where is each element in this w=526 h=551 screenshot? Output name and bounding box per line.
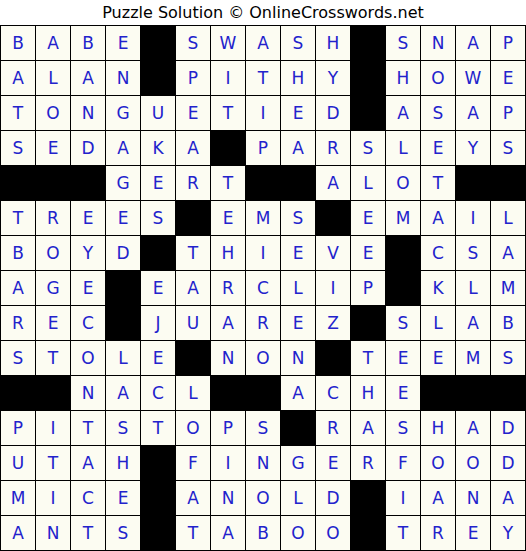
letter-cell-r4c2: E bbox=[36, 131, 70, 165]
letter-cell-r4c1: S bbox=[1, 131, 35, 165]
letter-cell-r10c9: N bbox=[281, 341, 315, 375]
letter-cell-r15c1: A bbox=[1, 516, 35, 550]
letter-cell-r12c7: P bbox=[211, 411, 245, 445]
letter-cell-r14c8: O bbox=[246, 481, 280, 515]
letter-cell-r8c11: P bbox=[351, 271, 385, 305]
letter-cell-r1c14: A bbox=[456, 26, 490, 60]
letter-cell-r13c2: T bbox=[36, 446, 70, 480]
letter-cell-r11c6: L bbox=[176, 376, 210, 410]
letter-cell-r6c8: M bbox=[246, 201, 280, 235]
letter-cell-r6c1: T bbox=[1, 201, 35, 235]
black-cell-r7c5 bbox=[141, 236, 175, 270]
letter-cell-r14c10: D bbox=[316, 481, 350, 515]
letter-cell-r10c11: T bbox=[351, 341, 385, 375]
letter-cell-r2c10: Y bbox=[316, 61, 350, 95]
letter-cell-r14c15: A bbox=[491, 481, 525, 515]
letter-cell-r7c6: T bbox=[176, 236, 210, 270]
letter-cell-r12c5: T bbox=[141, 411, 175, 445]
letter-cell-r2c4: N bbox=[106, 61, 140, 95]
black-cell-r10c6 bbox=[176, 341, 210, 375]
letter-cell-r4c11: S bbox=[351, 131, 385, 165]
black-cell-r11c2 bbox=[36, 376, 70, 410]
letter-cell-r8c1: A bbox=[1, 271, 35, 305]
letter-cell-r6c13: A bbox=[421, 201, 455, 235]
letter-cell-r8c13: K bbox=[421, 271, 455, 305]
black-cell-r8c4 bbox=[106, 271, 140, 305]
letter-cell-r11c11: H bbox=[351, 376, 385, 410]
letter-cell-r9c8: R bbox=[246, 306, 280, 340]
letter-cell-r4c15: S bbox=[491, 131, 525, 165]
letter-cell-r6c7: E bbox=[211, 201, 245, 235]
letter-cell-r10c4: L bbox=[106, 341, 140, 375]
letter-cell-r2c8: T bbox=[246, 61, 280, 95]
letter-cell-r13c12: F bbox=[386, 446, 420, 480]
letter-cell-r1c8: A bbox=[246, 26, 280, 60]
black-cell-r5c15 bbox=[491, 166, 525, 200]
letter-cell-r10c14: M bbox=[456, 341, 490, 375]
letter-cell-r13c15: D bbox=[491, 446, 525, 480]
letter-cell-r8c5: E bbox=[141, 271, 175, 305]
letter-cell-r8c10: I bbox=[316, 271, 350, 305]
letter-cell-r11c5: C bbox=[141, 376, 175, 410]
letter-cell-r9c6: U bbox=[176, 306, 210, 340]
black-cell-r2c5 bbox=[141, 61, 175, 95]
letter-cell-r15c12: T bbox=[386, 516, 420, 550]
letter-cell-r12c4: S bbox=[106, 411, 140, 445]
letter-cell-r8c15: M bbox=[491, 271, 525, 305]
black-cell-r11c8 bbox=[246, 376, 280, 410]
letter-cell-r6c11: E bbox=[351, 201, 385, 235]
black-cell-r11c1 bbox=[1, 376, 35, 410]
letter-cell-r1c3: B bbox=[71, 26, 105, 60]
letter-cell-r11c12: E bbox=[386, 376, 420, 410]
letter-cell-r14c1: M bbox=[1, 481, 35, 515]
letter-cell-r4c6: A bbox=[176, 131, 210, 165]
black-cell-r7c12 bbox=[386, 236, 420, 270]
letter-cell-r14c9: L bbox=[281, 481, 315, 515]
letter-cell-r7c14: S bbox=[456, 236, 490, 270]
letter-cell-r5c11: L bbox=[351, 166, 385, 200]
black-cell-r10c10 bbox=[316, 341, 350, 375]
black-cell-r11c7 bbox=[211, 376, 245, 410]
letter-cell-r2c15: E bbox=[491, 61, 525, 95]
black-cell-r13c5 bbox=[141, 446, 175, 480]
letter-cell-r10c15: S bbox=[491, 341, 525, 375]
letter-cell-r12c15: D bbox=[491, 411, 525, 445]
letter-cell-r9c14: A bbox=[456, 306, 490, 340]
letter-cell-r3c15: P bbox=[491, 96, 525, 130]
letter-cell-r11c9: A bbox=[281, 376, 315, 410]
letter-cell-r15c14: E bbox=[456, 516, 490, 550]
letter-cell-r6c15: L bbox=[491, 201, 525, 235]
letter-cell-r15c3: T bbox=[71, 516, 105, 550]
letter-cell-r9c10: Z bbox=[316, 306, 350, 340]
letter-cell-r1c6: S bbox=[176, 26, 210, 60]
letter-cell-r8c7: R bbox=[211, 271, 245, 305]
letter-cell-r5c12: O bbox=[386, 166, 420, 200]
letter-cell-r12c8: S bbox=[246, 411, 280, 445]
letter-cell-r15c9: O bbox=[281, 516, 315, 550]
letter-cell-r12c13: H bbox=[421, 411, 455, 445]
letter-cell-r13c11: R bbox=[351, 446, 385, 480]
letter-cell-r10c12: E bbox=[386, 341, 420, 375]
letter-cell-r3c13: S bbox=[421, 96, 455, 130]
letter-cell-r11c4: A bbox=[106, 376, 140, 410]
letter-cell-r3c4: G bbox=[106, 96, 140, 130]
letter-cell-r13c9: G bbox=[281, 446, 315, 480]
letter-cell-r9c5: J bbox=[141, 306, 175, 340]
letter-cell-r7c4: D bbox=[106, 236, 140, 270]
letter-cell-r6c14: I bbox=[456, 201, 490, 235]
black-cell-r5c14 bbox=[456, 166, 490, 200]
letter-cell-r3c7: T bbox=[211, 96, 245, 130]
letter-cell-r1c7: W bbox=[211, 26, 245, 60]
black-cell-r8c12 bbox=[386, 271, 420, 305]
black-cell-r5c3 bbox=[71, 166, 105, 200]
letter-cell-r5c6: R bbox=[176, 166, 210, 200]
letter-cell-r8c14: L bbox=[456, 271, 490, 305]
letter-cell-r9c15: B bbox=[491, 306, 525, 340]
letter-cell-r14c13: A bbox=[421, 481, 455, 515]
black-cell-r6c10 bbox=[316, 201, 350, 235]
black-cell-r15c11 bbox=[351, 516, 385, 550]
letter-cell-r5c4: G bbox=[106, 166, 140, 200]
letter-cell-r12c12: S bbox=[386, 411, 420, 445]
letter-cell-r12c2: I bbox=[36, 411, 70, 445]
letter-cell-r11c3: N bbox=[71, 376, 105, 410]
letter-cell-r13c3: A bbox=[71, 446, 105, 480]
letter-cell-r4c8: P bbox=[246, 131, 280, 165]
letter-cell-r14c14: N bbox=[456, 481, 490, 515]
letter-cell-r5c13: T bbox=[421, 166, 455, 200]
letter-cell-r3c9: E bbox=[281, 96, 315, 130]
letter-cell-r1c4: E bbox=[106, 26, 140, 60]
black-cell-r1c11 bbox=[351, 26, 385, 60]
letter-cell-r14c12: I bbox=[386, 481, 420, 515]
letter-cell-r2c9: H bbox=[281, 61, 315, 95]
letter-cell-r13c14: O bbox=[456, 446, 490, 480]
letter-cell-r6c9: S bbox=[281, 201, 315, 235]
letter-cell-r9c1: R bbox=[1, 306, 35, 340]
letter-cell-r4c13: E bbox=[421, 131, 455, 165]
letter-cell-r13c7: I bbox=[211, 446, 245, 480]
letter-cell-r7c1: B bbox=[1, 236, 35, 270]
black-cell-r6c6 bbox=[176, 201, 210, 235]
crossword-solution-page: Puzzle Solution © OnlineCrosswords.net B… bbox=[0, 0, 526, 551]
black-cell-r9c4 bbox=[106, 306, 140, 340]
letter-cell-r10c5: E bbox=[141, 341, 175, 375]
letter-cell-r9c3: C bbox=[71, 306, 105, 340]
black-cell-r5c2 bbox=[36, 166, 70, 200]
letter-cell-r7c15: A bbox=[491, 236, 525, 270]
black-cell-r12c9 bbox=[281, 411, 315, 445]
black-cell-r4c7 bbox=[211, 131, 245, 165]
letter-cell-r9c13: L bbox=[421, 306, 455, 340]
letter-cell-r1c15: P bbox=[491, 26, 525, 60]
letter-cell-r4c10: R bbox=[316, 131, 350, 165]
letter-cell-r1c9: S bbox=[281, 26, 315, 60]
letter-cell-r13c10: E bbox=[316, 446, 350, 480]
letter-cell-r10c8: O bbox=[246, 341, 280, 375]
letter-cell-r8c3: E bbox=[71, 271, 105, 305]
letter-cell-r13c13: O bbox=[421, 446, 455, 480]
letter-cell-r7c8: I bbox=[246, 236, 280, 270]
letter-cell-r3c6: E bbox=[176, 96, 210, 130]
black-cell-r2c11 bbox=[351, 61, 385, 95]
letter-cell-r3c2: O bbox=[36, 96, 70, 130]
letter-cell-r13c8: N bbox=[246, 446, 280, 480]
letter-cell-r2c3: A bbox=[71, 61, 105, 95]
letter-cell-r2c14: W bbox=[456, 61, 490, 95]
letter-cell-r10c3: O bbox=[71, 341, 105, 375]
black-cell-r14c11 bbox=[351, 481, 385, 515]
letter-cell-r14c6: A bbox=[176, 481, 210, 515]
letter-cell-r6c12: M bbox=[386, 201, 420, 235]
letter-cell-r1c1: B bbox=[1, 26, 35, 60]
letter-cell-r15c7: A bbox=[211, 516, 245, 550]
letter-cell-r3c3: N bbox=[71, 96, 105, 130]
letter-cell-r9c2: E bbox=[36, 306, 70, 340]
black-cell-r15c5 bbox=[141, 516, 175, 550]
black-cell-r9c11 bbox=[351, 306, 385, 340]
letter-cell-r12c11: A bbox=[351, 411, 385, 445]
letter-cell-r12c3: T bbox=[71, 411, 105, 445]
letter-cell-r7c2: O bbox=[36, 236, 70, 270]
letter-cell-r8c8: C bbox=[246, 271, 280, 305]
letter-cell-r5c10: A bbox=[316, 166, 350, 200]
letter-cell-r12c14: A bbox=[456, 411, 490, 445]
letter-cell-r14c2: I bbox=[36, 481, 70, 515]
letter-cell-r2c1: A bbox=[1, 61, 35, 95]
letter-cell-r10c2: T bbox=[36, 341, 70, 375]
letter-cell-r14c7: N bbox=[211, 481, 245, 515]
letter-cell-r12c6: O bbox=[176, 411, 210, 445]
black-cell-r1c5 bbox=[141, 26, 175, 60]
letter-cell-r1c10: H bbox=[316, 26, 350, 60]
black-cell-r3c11 bbox=[351, 96, 385, 130]
black-cell-r11c13 bbox=[421, 376, 455, 410]
letter-cell-r3c1: T bbox=[1, 96, 35, 130]
letter-cell-r4c12: L bbox=[386, 131, 420, 165]
letter-cell-r13c6: F bbox=[176, 446, 210, 480]
letter-cell-r8c2: G bbox=[36, 271, 70, 305]
letter-cell-r2c7: I bbox=[211, 61, 245, 95]
letter-cell-r6c5: S bbox=[141, 201, 175, 235]
letter-cell-r1c2: A bbox=[36, 26, 70, 60]
letter-cell-r4c5: K bbox=[141, 131, 175, 165]
letter-cell-r2c6: P bbox=[176, 61, 210, 95]
letter-cell-r9c12: S bbox=[386, 306, 420, 340]
black-cell-r14c5 bbox=[141, 481, 175, 515]
letter-cell-r8c6: A bbox=[176, 271, 210, 305]
letter-cell-r14c3: C bbox=[71, 481, 105, 515]
letter-cell-r15c8: B bbox=[246, 516, 280, 550]
letter-cell-r9c7: A bbox=[211, 306, 245, 340]
letter-cell-r15c13: R bbox=[421, 516, 455, 550]
letter-cell-r1c13: N bbox=[421, 26, 455, 60]
letter-cell-r4c14: Y bbox=[456, 131, 490, 165]
letter-cell-r2c13: O bbox=[421, 61, 455, 95]
page-title: Puzzle Solution © OnlineCrosswords.net bbox=[0, 0, 526, 25]
letter-cell-r12c1: P bbox=[1, 411, 35, 445]
letter-cell-r5c5: E bbox=[141, 166, 175, 200]
black-cell-r11c15 bbox=[491, 376, 525, 410]
letter-cell-r5c7: T bbox=[211, 166, 245, 200]
letter-cell-r15c10: O bbox=[316, 516, 350, 550]
letter-cell-r3c14: A bbox=[456, 96, 490, 130]
letter-cell-r13c1: U bbox=[1, 446, 35, 480]
letter-cell-r6c4: E bbox=[106, 201, 140, 235]
letter-cell-r3c5: U bbox=[141, 96, 175, 130]
letter-cell-r6c3: E bbox=[71, 201, 105, 235]
letter-cell-r15c15: Y bbox=[491, 516, 525, 550]
letter-cell-r15c6: T bbox=[176, 516, 210, 550]
letter-cell-r2c12: H bbox=[386, 61, 420, 95]
letter-cell-r3c8: I bbox=[246, 96, 280, 130]
letter-cell-r9c9: E bbox=[281, 306, 315, 340]
letter-cell-r7c10: V bbox=[316, 236, 350, 270]
letter-cell-r4c9: A bbox=[281, 131, 315, 165]
letter-cell-r13c4: H bbox=[106, 446, 140, 480]
letter-cell-r4c4: A bbox=[106, 131, 140, 165]
letter-cell-r15c4: S bbox=[106, 516, 140, 550]
letter-cell-r7c3: Y bbox=[71, 236, 105, 270]
letter-cell-r6c2: R bbox=[36, 201, 70, 235]
crossword-grid: BABESWASHSNAPALANPITHYHOWETONGUETIEDASAP… bbox=[0, 25, 526, 551]
letter-cell-r10c7: N bbox=[211, 341, 245, 375]
black-cell-r5c9 bbox=[281, 166, 315, 200]
letter-cell-r8c9: L bbox=[281, 271, 315, 305]
letter-cell-r2c2: L bbox=[36, 61, 70, 95]
letter-cell-r12c10: R bbox=[316, 411, 350, 445]
letter-cell-r7c9: E bbox=[281, 236, 315, 270]
letter-cell-r15c2: N bbox=[36, 516, 70, 550]
black-cell-r5c8 bbox=[246, 166, 280, 200]
black-cell-r11c14 bbox=[456, 376, 490, 410]
letter-cell-r1c12: S bbox=[386, 26, 420, 60]
letter-cell-r14c4: E bbox=[106, 481, 140, 515]
letter-cell-r7c7: H bbox=[211, 236, 245, 270]
black-cell-r5c1 bbox=[1, 166, 35, 200]
letter-cell-r3c12: A bbox=[386, 96, 420, 130]
letter-cell-r7c13: C bbox=[421, 236, 455, 270]
letter-cell-r11c10: C bbox=[316, 376, 350, 410]
letter-cell-r10c1: S bbox=[1, 341, 35, 375]
letter-cell-r7c11: E bbox=[351, 236, 385, 270]
letter-cell-r4c3: D bbox=[71, 131, 105, 165]
letter-cell-r10c13: E bbox=[421, 341, 455, 375]
letter-cell-r3c10: D bbox=[316, 96, 350, 130]
